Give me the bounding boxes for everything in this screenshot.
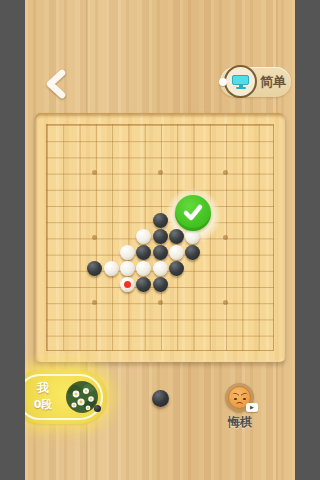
player-rank: 0段 [27,397,59,412]
stone-black [169,229,184,244]
dot-indicator [219,78,227,86]
turn-indicator-black-stone [152,390,169,407]
stone-white [153,261,168,276]
player-stone-color-badge [94,405,101,412]
stone-black [153,213,168,228]
stone-black [169,261,184,276]
star-point [158,170,163,175]
stone-white [120,245,135,260]
star-point [92,170,97,175]
replay-badge-icon: ▶ [246,403,258,412]
stone-white [136,261,151,276]
stone-black [136,277,151,292]
difficulty-avatar-circle [224,65,257,98]
undo-button[interactable]: ▶ 悔棋 [216,383,264,431]
difficulty-badge[interactable]: 简单 [220,67,291,97]
player-name: 我 [31,380,55,397]
stone-white [169,245,184,260]
stone-black [87,261,102,276]
stone-black [185,245,200,260]
stone-white [120,261,135,276]
stone-black [136,245,151,260]
gomoku-board[interactable] [35,113,285,362]
game-screen: 简单 我 0段 [25,0,295,480]
stone-black [153,245,168,260]
computer-monitor-icon [232,75,249,88]
back-button[interactable] [41,66,73,102]
undo-label: 悔棋 [216,414,264,431]
star-point [223,170,228,175]
stone-white [136,229,151,244]
star-point [223,300,228,305]
star-point [92,235,97,240]
star-point [158,300,163,305]
checkmark-icon [180,200,206,226]
stone-black [153,277,168,292]
stone-white [104,261,119,276]
confirm-move-button[interactable] [175,195,211,231]
stone-black [153,229,168,244]
star-point [92,300,97,305]
star-point [223,235,228,240]
player-card: 我 0段 [25,370,107,424]
last-move-marker [124,281,131,288]
chevron-left-icon [41,66,73,102]
stone-white [185,229,200,244]
stone-white [120,277,135,292]
difficulty-label: 简单 [258,67,288,97]
stones-layer [35,113,285,362]
